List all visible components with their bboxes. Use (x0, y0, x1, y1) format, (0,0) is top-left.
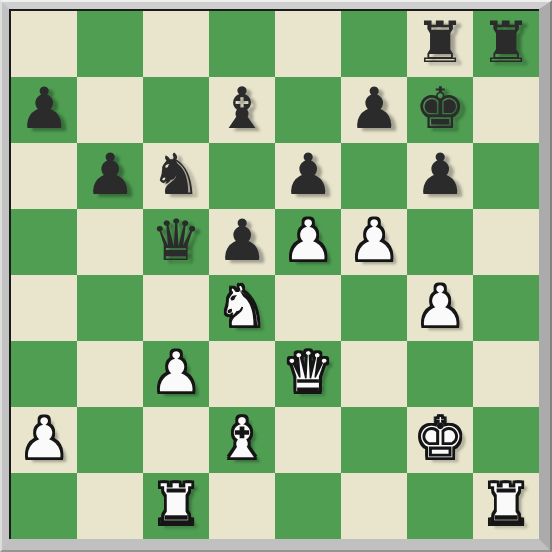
black-rook-icon[interactable]: ♜ (414, 9, 465, 75)
square-c6[interactable]: ♞ (143, 143, 209, 209)
square-a7[interactable]: ♟ (11, 77, 77, 143)
black-bishop-icon[interactable]: ♝ (216, 75, 267, 141)
square-f6[interactable] (341, 143, 407, 209)
black-pawn-icon[interactable]: ♟ (216, 207, 267, 273)
square-b1[interactable] (77, 473, 143, 539)
square-f5[interactable]: ♟ (341, 209, 407, 275)
square-a8[interactable] (11, 11, 77, 77)
black-queen-icon[interactable]: ♛ (150, 207, 201, 273)
square-c2[interactable] (143, 407, 209, 473)
square-e3[interactable]: ♛ (275, 341, 341, 407)
square-e4[interactable] (275, 275, 341, 341)
square-a2[interactable]: ♟ (11, 407, 77, 473)
square-c8[interactable] (143, 11, 209, 77)
white-bishop-icon[interactable]: ♝ (216, 405, 267, 471)
square-b7[interactable] (77, 77, 143, 143)
square-g2[interactable]: ♚ (407, 407, 473, 473)
black-pawn-icon[interactable]: ♟ (414, 141, 465, 207)
square-f1[interactable] (341, 473, 407, 539)
square-b6[interactable]: ♟ (77, 143, 143, 209)
square-f8[interactable] (341, 11, 407, 77)
white-rook-icon[interactable]: ♜ (480, 471, 531, 537)
square-a3[interactable] (11, 341, 77, 407)
black-pawn-icon[interactable]: ♟ (282, 141, 333, 207)
square-h3[interactable] (473, 341, 539, 407)
square-e7[interactable] (275, 77, 341, 143)
square-c5[interactable]: ♛ (143, 209, 209, 275)
square-c7[interactable] (143, 77, 209, 143)
square-g8[interactable]: ♜ (407, 11, 473, 77)
square-h8[interactable]: ♜ (473, 11, 539, 77)
chess-board: ♜♜♟♝♟♚♟♞♟♟♛♟♟♟♞♟♟♛♟♝♚♜♜ (11, 11, 539, 539)
black-pawn-icon[interactable]: ♟ (84, 141, 135, 207)
white-queen-icon[interactable]: ♛ (282, 339, 333, 405)
white-pawn-icon[interactable]: ♟ (282, 207, 333, 273)
square-g7[interactable]: ♚ (407, 77, 473, 143)
square-f4[interactable] (341, 275, 407, 341)
square-d8[interactable] (209, 11, 275, 77)
square-e6[interactable]: ♟ (275, 143, 341, 209)
square-d4[interactable]: ♞ (209, 275, 275, 341)
white-pawn-icon[interactable]: ♟ (18, 405, 69, 471)
white-knight-icon[interactable]: ♞ (216, 273, 267, 339)
square-c4[interactable] (143, 275, 209, 341)
white-pawn-icon[interactable]: ♟ (414, 273, 465, 339)
square-b4[interactable] (77, 275, 143, 341)
black-rook-icon[interactable]: ♜ (480, 9, 531, 75)
white-king-icon[interactable]: ♚ (414, 405, 465, 471)
square-g1[interactable] (407, 473, 473, 539)
square-e1[interactable] (275, 473, 341, 539)
square-e8[interactable] (275, 11, 341, 77)
black-knight-icon[interactable]: ♞ (150, 141, 201, 207)
square-d2[interactable]: ♝ (209, 407, 275, 473)
square-h2[interactable] (473, 407, 539, 473)
square-b2[interactable] (77, 407, 143, 473)
square-e5[interactable]: ♟ (275, 209, 341, 275)
square-c1[interactable]: ♜ (143, 473, 209, 539)
square-h6[interactable] (473, 143, 539, 209)
square-g6[interactable]: ♟ (407, 143, 473, 209)
square-f3[interactable] (341, 341, 407, 407)
square-d7[interactable]: ♝ (209, 77, 275, 143)
square-d3[interactable] (209, 341, 275, 407)
square-g4[interactable]: ♟ (407, 275, 473, 341)
square-d6[interactable] (209, 143, 275, 209)
square-b8[interactable] (77, 11, 143, 77)
square-d1[interactable] (209, 473, 275, 539)
square-e2[interactable] (275, 407, 341, 473)
white-rook-icon[interactable]: ♜ (150, 471, 201, 537)
square-c3[interactable]: ♟ (143, 341, 209, 407)
outer-frame-bevel: ♜♜♟♝♟♚♟♞♟♟♛♟♟♟♞♟♟♛♟♝♚♜♜ (0, 0, 552, 552)
board-outline: ♜♜♟♝♟♚♟♞♟♟♛♟♟♟♞♟♟♛♟♝♚♜♜ (9, 9, 539, 539)
square-b3[interactable] (77, 341, 143, 407)
white-pawn-icon[interactable]: ♟ (348, 207, 399, 273)
black-pawn-icon[interactable]: ♟ (348, 75, 399, 141)
square-h1[interactable]: ♜ (473, 473, 539, 539)
square-a1[interactable] (11, 473, 77, 539)
square-b5[interactable] (77, 209, 143, 275)
square-f7[interactable]: ♟ (341, 77, 407, 143)
square-h7[interactable] (473, 77, 539, 143)
white-pawn-icon[interactable]: ♟ (150, 339, 201, 405)
board-frame: ♜♜♟♝♟♚♟♞♟♟♛♟♟♟♞♟♟♛♟♝♚♜♜ (2, 2, 550, 550)
square-f2[interactable] (341, 407, 407, 473)
square-g5[interactable] (407, 209, 473, 275)
black-king-icon[interactable]: ♚ (414, 75, 465, 141)
square-g3[interactable] (407, 341, 473, 407)
square-h5[interactable] (473, 209, 539, 275)
square-a5[interactable] (11, 209, 77, 275)
square-h4[interactable] (473, 275, 539, 341)
black-pawn-icon[interactable]: ♟ (18, 75, 69, 141)
square-a6[interactable] (11, 143, 77, 209)
square-d5[interactable]: ♟ (209, 209, 275, 275)
square-a4[interactable] (11, 275, 77, 341)
